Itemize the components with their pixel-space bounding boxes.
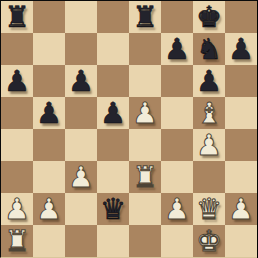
white-pawn[interactable]: ♟ bbox=[65, 161, 97, 193]
chess-board: ♜♜♚♟♞♟♟♟♟♟♟♟♝♟♟♜♟♟♛♟♛♟♜♚ bbox=[0, 0, 257, 258]
square-f8[interactable] bbox=[161, 1, 193, 33]
square-h8[interactable] bbox=[225, 1, 257, 33]
square-e8[interactable]: ♜ bbox=[129, 1, 161, 33]
chess-board-window: ♜♜♚♟♞♟♟♟♟♟♟♟♝♟♟♜♟♟♛♟♛♟♜♚ bbox=[0, 0, 258, 258]
black-pawn[interactable]: ♟ bbox=[225, 33, 257, 65]
square-e1[interactable] bbox=[129, 225, 161, 257]
square-h3[interactable] bbox=[225, 161, 257, 193]
square-h2[interactable]: ♟ bbox=[225, 193, 257, 225]
square-d3[interactable] bbox=[97, 161, 129, 193]
square-f2[interactable]: ♟ bbox=[161, 193, 193, 225]
square-g6[interactable]: ♟ bbox=[193, 65, 225, 97]
square-e5[interactable]: ♟ bbox=[129, 97, 161, 129]
square-g4[interactable]: ♟ bbox=[193, 129, 225, 161]
white-pawn[interactable]: ♟ bbox=[1, 193, 33, 225]
black-queen[interactable]: ♛ bbox=[97, 193, 129, 225]
square-f1[interactable] bbox=[161, 225, 193, 257]
square-a5[interactable] bbox=[1, 97, 33, 129]
square-g7[interactable]: ♞ bbox=[193, 33, 225, 65]
white-queen[interactable]: ♛ bbox=[193, 193, 225, 225]
black-rook[interactable]: ♜ bbox=[129, 1, 161, 33]
square-b1[interactable] bbox=[33, 225, 65, 257]
black-knight[interactable]: ♞ bbox=[193, 33, 225, 65]
black-pawn[interactable]: ♟ bbox=[161, 33, 193, 65]
white-pawn[interactable]: ♟ bbox=[225, 193, 257, 225]
square-a4[interactable] bbox=[1, 129, 33, 161]
square-d7[interactable] bbox=[97, 33, 129, 65]
square-f3[interactable] bbox=[161, 161, 193, 193]
square-a1[interactable]: ♜ bbox=[1, 225, 33, 257]
square-g5[interactable]: ♝ bbox=[193, 97, 225, 129]
square-c5[interactable] bbox=[65, 97, 97, 129]
square-b3[interactable] bbox=[33, 161, 65, 193]
square-e7[interactable] bbox=[129, 33, 161, 65]
square-f5[interactable] bbox=[161, 97, 193, 129]
square-d8[interactable] bbox=[97, 1, 129, 33]
square-a6[interactable]: ♟ bbox=[1, 65, 33, 97]
square-c1[interactable] bbox=[65, 225, 97, 257]
black-pawn[interactable]: ♟ bbox=[97, 97, 129, 129]
square-c6[interactable]: ♟ bbox=[65, 65, 97, 97]
square-a3[interactable] bbox=[1, 161, 33, 193]
white-pawn[interactable]: ♟ bbox=[161, 193, 193, 225]
square-e6[interactable] bbox=[129, 65, 161, 97]
square-d4[interactable] bbox=[97, 129, 129, 161]
white-king[interactable]: ♚ bbox=[193, 225, 225, 257]
square-b8[interactable] bbox=[33, 1, 65, 33]
square-f7[interactable]: ♟ bbox=[161, 33, 193, 65]
square-g3[interactable] bbox=[193, 161, 225, 193]
square-c2[interactable] bbox=[65, 193, 97, 225]
square-h5[interactable] bbox=[225, 97, 257, 129]
square-b7[interactable] bbox=[33, 33, 65, 65]
square-d2[interactable]: ♛ bbox=[97, 193, 129, 225]
square-h4[interactable] bbox=[225, 129, 257, 161]
square-a2[interactable]: ♟ bbox=[1, 193, 33, 225]
white-rook[interactable]: ♜ bbox=[129, 161, 161, 193]
square-d1[interactable] bbox=[97, 225, 129, 257]
square-c4[interactable] bbox=[65, 129, 97, 161]
white-bishop[interactable]: ♝ bbox=[193, 97, 225, 129]
white-pawn[interactable]: ♟ bbox=[33, 193, 65, 225]
square-a8[interactable]: ♜ bbox=[1, 1, 33, 33]
white-pawn[interactable]: ♟ bbox=[129, 97, 161, 129]
black-pawn[interactable]: ♟ bbox=[193, 65, 225, 97]
square-b5[interactable]: ♟ bbox=[33, 97, 65, 129]
black-pawn[interactable]: ♟ bbox=[33, 97, 65, 129]
square-g1[interactable]: ♚ bbox=[193, 225, 225, 257]
square-b6[interactable] bbox=[33, 65, 65, 97]
square-d6[interactable] bbox=[97, 65, 129, 97]
white-pawn[interactable]: ♟ bbox=[193, 129, 225, 161]
black-king[interactable]: ♚ bbox=[193, 1, 225, 33]
square-c7[interactable] bbox=[65, 33, 97, 65]
black-pawn[interactable]: ♟ bbox=[1, 65, 33, 97]
square-a7[interactable] bbox=[1, 33, 33, 65]
square-c8[interactable] bbox=[65, 1, 97, 33]
white-rook[interactable]: ♜ bbox=[1, 225, 33, 257]
square-b4[interactable] bbox=[33, 129, 65, 161]
square-g8[interactable]: ♚ bbox=[193, 1, 225, 33]
square-d5[interactable]: ♟ bbox=[97, 97, 129, 129]
square-f6[interactable] bbox=[161, 65, 193, 97]
square-b2[interactable]: ♟ bbox=[33, 193, 65, 225]
square-e3[interactable]: ♜ bbox=[129, 161, 161, 193]
square-h6[interactable] bbox=[225, 65, 257, 97]
square-h7[interactable]: ♟ bbox=[225, 33, 257, 65]
square-f4[interactable] bbox=[161, 129, 193, 161]
black-rook[interactable]: ♜ bbox=[1, 1, 33, 33]
square-e4[interactable] bbox=[129, 129, 161, 161]
square-h1[interactable] bbox=[225, 225, 257, 257]
square-e2[interactable] bbox=[129, 193, 161, 225]
square-g2[interactable]: ♛ bbox=[193, 193, 225, 225]
square-c3[interactable]: ♟ bbox=[65, 161, 97, 193]
black-pawn[interactable]: ♟ bbox=[65, 65, 97, 97]
